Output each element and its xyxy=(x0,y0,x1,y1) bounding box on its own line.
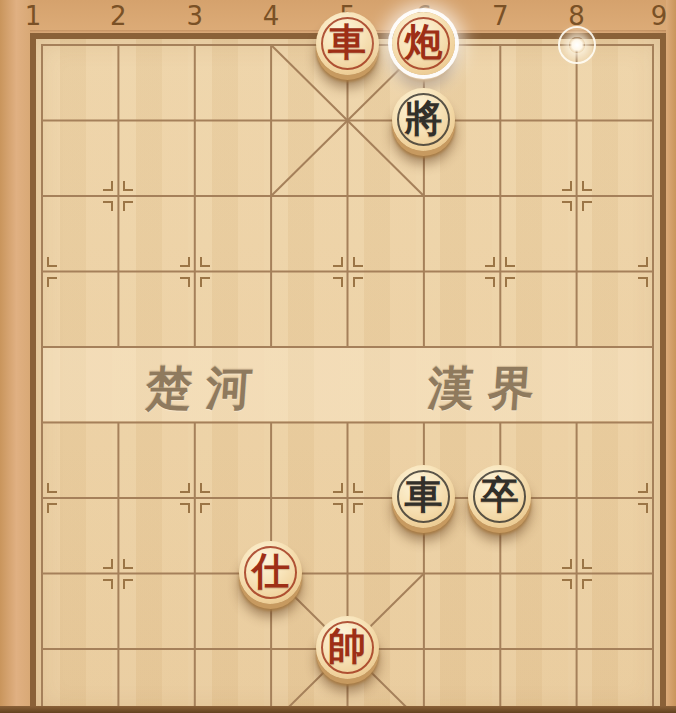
column-label: 1 xyxy=(18,2,48,30)
piece-black-general[interactable]: 將 xyxy=(392,88,455,151)
river-label-han: 漢界 xyxy=(426,360,550,416)
column-label: 7 xyxy=(485,2,515,30)
piece-glyph: 帥 xyxy=(316,616,379,679)
board-grid-svg xyxy=(0,0,676,713)
piece-glyph: 炮 xyxy=(392,12,455,75)
column-label: 9 xyxy=(644,2,674,30)
column-label: 4 xyxy=(256,2,286,30)
piece-red-general[interactable]: 帥 xyxy=(316,616,379,679)
piece-glyph: 仕 xyxy=(239,541,302,604)
piece-red-advisor[interactable]: 仕 xyxy=(239,541,302,604)
left-margin xyxy=(0,0,30,713)
last-move-origin-marker xyxy=(569,37,585,53)
piece-red-chariot[interactable]: 車 xyxy=(316,12,379,75)
grid-lines xyxy=(42,45,653,713)
piece-black-chariot[interactable]: 車 xyxy=(392,465,455,528)
piece-red-cannon[interactable]: 炮 xyxy=(392,12,455,75)
river-label-chu: 楚河 xyxy=(144,360,268,416)
piece-glyph: 車 xyxy=(316,12,379,75)
right-margin xyxy=(666,0,676,713)
piece-glyph: 車 xyxy=(392,465,455,528)
xiangqi-board: 123456789 楚河 漢界 車炮將車卒仕帥 xyxy=(0,0,676,713)
column-label: 2 xyxy=(103,2,133,30)
piece-glyph: 將 xyxy=(392,88,455,151)
bottom-frame-band xyxy=(0,706,676,713)
piece-glyph: 卒 xyxy=(468,465,531,528)
piece-black-soldier[interactable]: 卒 xyxy=(468,465,531,528)
column-label: 3 xyxy=(180,2,210,30)
